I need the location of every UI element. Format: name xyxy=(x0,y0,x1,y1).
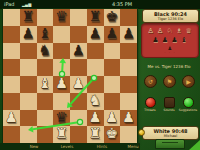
square-b8[interactable]: ♜ xyxy=(20,9,37,26)
square-b4[interactable] xyxy=(20,76,37,93)
side-panel: Black 90:24 Tiger 1236 Elo ♙ ♙ ♘ ♗ ♕ ♟ ♟… xyxy=(138,9,200,150)
toolbar-levels[interactable]: Levels xyxy=(61,143,74,150)
square-d1[interactable]: ♜ xyxy=(53,126,70,143)
square-b2[interactable] xyxy=(20,110,37,127)
signal-icon: ▂▄▆ xyxy=(22,0,31,9)
square-g8[interactable]: ♚ xyxy=(104,9,121,26)
captured-black-pieces: ♟ ♟ ♟ ♝ xyxy=(142,36,198,44)
black-queen-d8[interactable]: ♛ xyxy=(53,7,70,25)
toolbar-hints[interactable]: Hints xyxy=(97,143,107,150)
turn-indicator-dot xyxy=(138,129,145,136)
square-c4[interactable]: ♝ xyxy=(37,76,54,93)
black-pawn-h7[interactable]: ♟ xyxy=(120,24,137,42)
black-player-name: Tiger 1236 Elo xyxy=(143,17,198,22)
square-b3[interactable] xyxy=(20,93,37,110)
chess-board[interactable]: ♜♛♜♚♟♝♟♟♟♞♟♝♟♟♞♟♛♟♟♟♜♜♚ xyxy=(3,9,137,143)
square-b1[interactable] xyxy=(20,126,37,143)
match-label: Me vs. Tiger 1236 Elo xyxy=(138,64,200,69)
square-d2[interactable]: ♛ xyxy=(53,110,70,127)
status-bar: iPad ▂▄▆ 4:35 PM xyxy=(0,0,200,9)
white-rook-d1[interactable]: ♜ xyxy=(53,124,70,142)
white-pawn-e4[interactable]: ♟ xyxy=(70,74,87,92)
square-g2[interactable]: ♟ xyxy=(104,110,121,127)
square-h6[interactable] xyxy=(120,43,137,60)
square-f1[interactable]: ♜ xyxy=(87,126,104,143)
black-clock: Black 90:24 xyxy=(143,10,198,17)
square-f6[interactable] xyxy=(87,43,104,60)
square-a3[interactable] xyxy=(3,93,20,110)
sounds-toggle[interactable] xyxy=(164,97,175,108)
square-c2[interactable] xyxy=(37,110,54,127)
square-g1[interactable]: ♚ xyxy=(104,126,121,143)
square-d7[interactable] xyxy=(53,26,70,43)
square-e3[interactable] xyxy=(70,93,87,110)
sounds-label: Sounds xyxy=(163,108,174,112)
undo-button[interactable]: ↺ xyxy=(144,75,157,88)
square-f4[interactable] xyxy=(87,76,104,93)
square-g6[interactable] xyxy=(104,43,121,60)
square-f7[interactable]: ♟ xyxy=(87,26,104,43)
black-clock-plaque: Black 90:24 Tiger 1236 Elo xyxy=(142,9,199,23)
square-h7[interactable]: ♟ xyxy=(120,26,137,43)
black-pawn-f7[interactable]: ♟ xyxy=(87,24,104,42)
square-d6[interactable] xyxy=(53,43,70,60)
square-h8[interactable] xyxy=(120,9,137,26)
square-g4[interactable] xyxy=(104,76,121,93)
square-e7[interactable] xyxy=(70,26,87,43)
square-a6[interactable] xyxy=(3,43,20,60)
black-king-g8[interactable]: ♚ xyxy=(104,7,121,25)
white-pawn-d4[interactable]: ♟ xyxy=(53,74,70,92)
square-f3[interactable]: ♞ xyxy=(87,93,104,110)
toolbar-menu[interactable]: Menu xyxy=(128,143,139,150)
black-pawn-e6[interactable]: ♟ xyxy=(70,41,87,59)
square-a5[interactable] xyxy=(3,59,20,76)
square-h3[interactable] xyxy=(120,93,137,110)
threats-label: Threats xyxy=(144,108,155,112)
square-g5[interactable] xyxy=(104,59,121,76)
black-pawn-b7[interactable]: ♟ xyxy=(20,24,37,42)
captured-pieces-tray: ♙ ♙ ♘ ♗ ♕ ♟ ♟ ♟ ♝ ♟ · · · xyxy=(141,23,199,58)
square-d3[interactable] xyxy=(53,93,70,110)
square-g7[interactable]: ♟ xyxy=(104,26,121,43)
square-d8[interactable]: ♛ xyxy=(53,9,70,26)
square-h2[interactable]: ♟ xyxy=(120,110,137,127)
white-clock-plaque: White 90:48 Michael xyxy=(142,126,199,140)
white-clock: White 90:48 xyxy=(143,127,198,134)
square-c7[interactable]: ♝ xyxy=(37,26,54,43)
suggestions-toggle[interactable] xyxy=(183,97,194,108)
square-b6[interactable] xyxy=(20,43,37,60)
square-e5[interactable] xyxy=(70,59,87,76)
white-king-g1[interactable]: ♚ xyxy=(104,124,121,142)
square-c1[interactable] xyxy=(37,126,54,143)
undo-icon: ↺ xyxy=(148,78,153,85)
square-c8[interactable] xyxy=(37,9,54,26)
square-e2[interactable] xyxy=(70,110,87,127)
square-d4[interactable]: ♟ xyxy=(53,76,70,93)
square-e4[interactable]: ♟ xyxy=(70,76,87,93)
white-pawn-g2[interactable]: ♟ xyxy=(104,108,121,126)
square-a7[interactable] xyxy=(3,26,20,43)
black-rook-f8[interactable]: ♜ xyxy=(87,7,104,25)
drawer-tab[interactable] xyxy=(155,139,185,149)
threats-toggle[interactable] xyxy=(145,97,156,108)
white-pawn-a2[interactable]: ♟ xyxy=(3,108,20,126)
square-f5[interactable] xyxy=(87,59,104,76)
square-b7[interactable]: ♟ xyxy=(20,26,37,43)
square-c3[interactable] xyxy=(37,93,54,110)
flag-button[interactable]: ⚑ xyxy=(163,75,176,88)
black-pawn-g7[interactable]: ♟ xyxy=(104,24,121,42)
square-f2[interactable]: ♟ xyxy=(87,110,104,127)
square-e1[interactable] xyxy=(70,126,87,143)
toolbar-new[interactable]: New xyxy=(30,143,39,150)
forward-icon: ▶ xyxy=(186,78,191,85)
square-f8[interactable]: ♜ xyxy=(87,9,104,26)
status-time: 4:35 PM xyxy=(112,0,132,9)
black-queen-d2[interactable]: ♛ xyxy=(53,108,70,126)
white-bishop-c4[interactable]: ♝ xyxy=(37,74,54,92)
app-screen: iPad ▂▄▆ 4:35 PM ♜♛♜♚♟♝♟♟♟♞♟♝♟♟♞♟♛♟♟♟♜♜♚… xyxy=(0,0,200,150)
square-e6[interactable]: ♟ xyxy=(70,43,87,60)
carrier-label: iPad xyxy=(4,0,14,9)
square-h1[interactable] xyxy=(120,126,137,143)
white-pawn-h2[interactable]: ♟ xyxy=(120,108,137,126)
forward-button[interactable]: ▶ xyxy=(182,75,195,88)
square-c6[interactable]: ♞ xyxy=(37,43,54,60)
black-bishop-c7[interactable]: ♝ xyxy=(37,24,54,42)
flag-icon: ⚑ xyxy=(167,78,172,85)
square-a2[interactable]: ♟ xyxy=(3,110,20,127)
square-d5[interactable] xyxy=(53,59,70,76)
square-c5[interactable] xyxy=(37,59,54,76)
square-a8[interactable] xyxy=(3,9,20,26)
black-knight-c6[interactable]: ♞ xyxy=(37,41,54,59)
white-rook-f1[interactable]: ♜ xyxy=(87,124,104,142)
white-pawn-f2[interactable]: ♟ xyxy=(87,108,104,126)
square-h5[interactable] xyxy=(120,59,137,76)
black-rook-b8[interactable]: ♜ xyxy=(20,7,37,25)
square-a1[interactable] xyxy=(3,126,20,143)
tray-dots: · · · xyxy=(142,51,198,55)
white-knight-f3[interactable]: ♞ xyxy=(87,91,104,109)
square-e8[interactable] xyxy=(70,9,87,26)
captured-white-pieces: ♙ ♙ ♘ ♗ ♕ xyxy=(142,27,198,35)
square-g3[interactable] xyxy=(104,93,121,110)
bottom-toolbar[interactable]: NewLevelsHintsMenu xyxy=(0,143,140,150)
square-b5[interactable] xyxy=(20,59,37,76)
suggestions-label: Suggestions xyxy=(179,108,197,112)
square-h4[interactable] xyxy=(120,76,137,93)
square-a4[interactable] xyxy=(3,76,20,93)
